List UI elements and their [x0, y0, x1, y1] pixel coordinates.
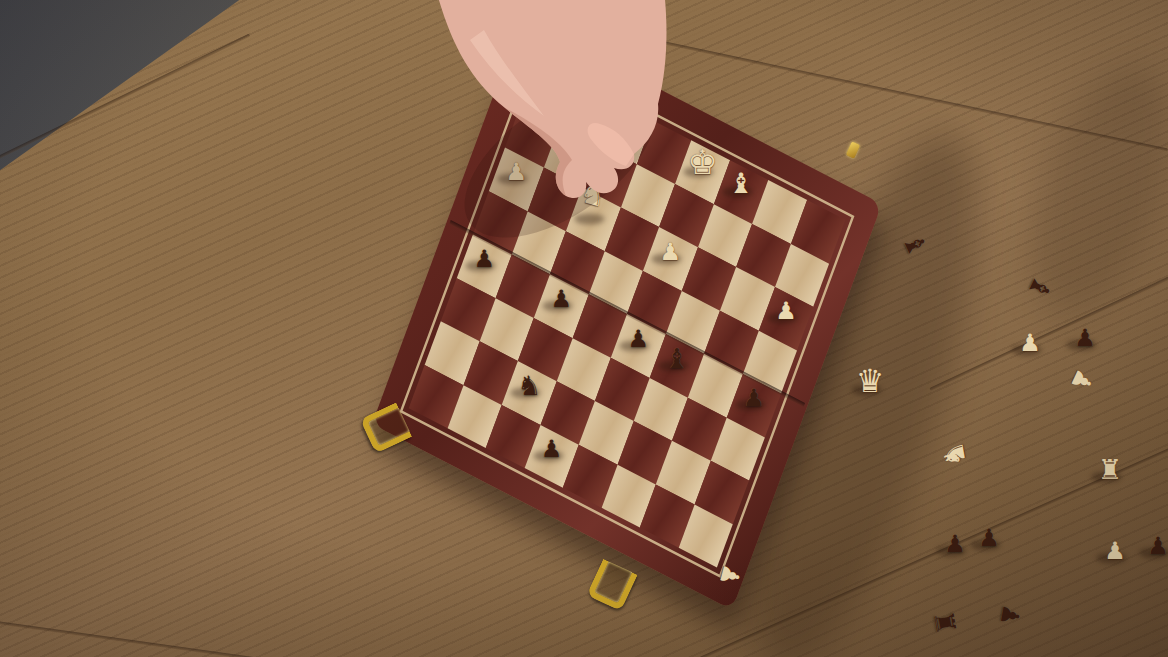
black-pawn-fallen[interactable]: ♟ [996, 603, 1023, 628]
white-pawn[interactable]: ♟ [1104, 539, 1126, 563]
hinge-glint [615, 21, 629, 38]
white-pawn-fallen[interactable]: ♟ [1067, 365, 1098, 395]
white-pawn-fallen[interactable]: ♟ [716, 562, 745, 589]
piece-layer: ♚♝♟♟♟♟♟♟♝♟♞♟♞♝♝♟♟♟♛♞♜♟♟♟♟♜♟♟ [0, 0, 1168, 657]
white-pawn[interactable]: ♟ [505, 160, 527, 184]
black-knight[interactable]: ♞ [517, 372, 541, 399]
black-pawn[interactable]: ♟ [627, 327, 649, 351]
black-pawn[interactable]: ♟ [550, 287, 572, 311]
piece-shadow [575, 213, 605, 224]
black-bishop-fallen[interactable]: ♝ [1023, 272, 1056, 304]
photo-scene: ♚♝♟♟♟♟♟♟♝♟♞♟♞♝♝♟♟♟♛♞♜♟♟♟♟♜♟♟ [0, 0, 1168, 657]
black-pawn[interactable]: ♟ [1074, 326, 1096, 350]
white-knight-held[interactable]: ♞ [577, 177, 610, 212]
black-pawn[interactable]: ♟ [541, 437, 563, 461]
black-pawn[interactable]: ♟ [944, 532, 966, 556]
black-pawn[interactable]: ♟ [978, 526, 1000, 550]
white-queen[interactable]: ♛ [856, 365, 885, 397]
white-knight-fallen[interactable]: ♞ [939, 439, 971, 469]
white-bishop[interactable]: ♝ [728, 170, 753, 198]
white-pawn[interactable]: ♟ [775, 300, 797, 324]
white-pawn[interactable]: ♟ [660, 240, 682, 264]
black-bishop-fallen[interactable]: ♝ [898, 229, 931, 261]
black-rook-fallen[interactable]: ♜ [930, 608, 961, 637]
black-bishop[interactable]: ♝ [665, 345, 689, 372]
latch [586, 559, 637, 611]
white-pawn[interactable]: ♟ [1019, 331, 1041, 355]
latch [360, 402, 412, 453]
hinge-glint [846, 141, 860, 158]
black-pawn[interactable]: ♟ [1147, 534, 1168, 558]
white-king[interactable]: ♚ [687, 145, 717, 179]
black-pawn[interactable]: ♟ [473, 247, 495, 271]
white-rook[interactable]: ♜ [1098, 456, 1122, 483]
black-pawn[interactable]: ♟ [743, 387, 765, 411]
